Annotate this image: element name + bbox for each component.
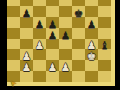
square-g4[interactable]: ♟ <box>85 39 98 50</box>
square-e6[interactable] <box>59 17 72 28</box>
square-f5[interactable] <box>72 28 85 39</box>
square-b3[interactable]: ♟ <box>20 49 33 60</box>
square-a6[interactable] <box>7 17 20 28</box>
piece-white-pawn[interactable]: ♟ <box>35 40 44 50</box>
square-a4[interactable] <box>7 39 20 50</box>
square-e5[interactable]: ♟ <box>59 28 72 39</box>
piece-black-pawn[interactable]: ♟ <box>87 19 96 29</box>
square-g7[interactable] <box>85 6 98 17</box>
piece-black-pawn[interactable]: ♟ <box>35 19 44 29</box>
piece-black-king[interactable]: ♚ <box>74 8 83 18</box>
piece-white-king[interactable]: ♚ <box>87 51 96 61</box>
square-a3[interactable] <box>7 49 20 60</box>
square-f4[interactable] <box>72 39 85 50</box>
square-g6[interactable]: ♟ <box>85 17 98 28</box>
letterbox-left <box>0 0 7 90</box>
square-a7[interactable] <box>7 6 20 17</box>
square-e2[interactable]: ♟ <box>59 60 72 71</box>
square-d6[interactable]: ♟ <box>46 17 59 28</box>
piece-white-pawn[interactable]: ♟ <box>87 40 96 50</box>
piece-white-pawn[interactable]: ♟ <box>61 62 70 72</box>
square-b4[interactable] <box>20 39 33 50</box>
square-e7[interactable] <box>59 6 72 17</box>
piece-black-pawn[interactable]: ♟ <box>48 19 57 29</box>
square-b2[interactable]: ♟ <box>20 60 33 71</box>
square-f7[interactable]: ♚ <box>72 6 85 17</box>
chess-game-screen: ♟♚♟♟♟♟♟♟♟♝♟♚♟♟♟ ➤ <box>0 0 120 90</box>
square-b5[interactable] <box>20 28 33 39</box>
square-d5[interactable]: ♟ <box>46 28 59 39</box>
square-d7[interactable] <box>46 6 59 17</box>
square-c3[interactable] <box>33 49 46 60</box>
square-d2[interactable]: ♟ <box>46 60 59 71</box>
piece-black-pawn[interactable]: ♟ <box>22 8 31 18</box>
square-g1[interactable] <box>85 71 98 82</box>
square-c1[interactable] <box>33 71 46 82</box>
piece-white-pawn[interactable]: ♟ <box>22 62 31 72</box>
square-h3[interactable] <box>98 49 111 60</box>
square-c6[interactable]: ♟ <box>33 17 46 28</box>
square-c7[interactable] <box>33 6 46 17</box>
piece-black-pawn[interactable]: ♟ <box>61 30 70 40</box>
square-h5[interactable] <box>98 28 111 39</box>
piece-black-bishop[interactable]: ♝ <box>100 40 109 50</box>
square-f3[interactable] <box>72 49 85 60</box>
letterbox-bottom <box>0 86 120 90</box>
piece-white-pawn[interactable]: ♟ <box>48 62 57 72</box>
square-f1[interactable] <box>72 71 85 82</box>
letterbox-right <box>115 0 120 90</box>
square-d3[interactable] <box>46 49 59 60</box>
square-h7[interactable] <box>98 6 111 17</box>
square-h6[interactable] <box>98 17 111 28</box>
square-a5[interactable] <box>7 28 20 39</box>
square-c4[interactable]: ♟ <box>33 39 46 50</box>
piece-white-pawn[interactable]: ♟ <box>22 51 31 61</box>
square-e3[interactable] <box>59 49 72 60</box>
square-g3[interactable]: ♚ <box>85 49 98 60</box>
square-f2[interactable] <box>72 60 85 71</box>
chess-board: ♟♚♟♟♟♟♟♟♟♝♟♚♟♟♟ <box>7 0 111 82</box>
piece-black-pawn[interactable]: ♟ <box>48 30 57 40</box>
square-c2[interactable] <box>33 60 46 71</box>
square-h4[interactable]: ♝ <box>98 39 111 50</box>
square-a2[interactable] <box>7 60 20 71</box>
square-h2[interactable] <box>98 60 111 71</box>
square-b7[interactable]: ♟ <box>20 6 33 17</box>
square-h1[interactable] <box>98 71 111 82</box>
